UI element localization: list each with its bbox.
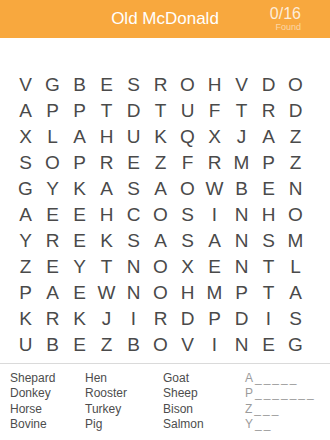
word-column-3: GoatSheepBisonSalmon [163, 371, 204, 433]
found-label: Found [270, 22, 301, 33]
grid-cell-r2c4[interactable]: T [93, 98, 120, 124]
grid-cell-r5c8[interactable]: W [201, 176, 228, 202]
grid-cell-r2c11[interactable]: D [282, 98, 309, 124]
grid-cell-r2c10[interactable]: R [255, 98, 282, 124]
word-column-4: A_____P_______Z___Y__ [245, 371, 316, 433]
word-item: Bison [163, 402, 204, 417]
grid-cell-r4c4[interactable]: R [93, 150, 120, 176]
grid-cell-r1c9[interactable]: V [228, 72, 255, 98]
grid-cell-r9c2[interactable]: A [39, 280, 66, 306]
grid-cell-r7c6[interactable]: A [147, 228, 174, 254]
grid-cell-r8c7[interactable]: X [174, 254, 201, 280]
word-item: P_______ [245, 386, 316, 401]
grid-cell-r8c8[interactable]: E [201, 254, 228, 280]
grid-cell-r4c10[interactable]: P [255, 150, 282, 176]
grid-cell-r3c2[interactable]: L [39, 124, 66, 150]
word-column-1: ShepardDonkeyHorseBovine [10, 371, 55, 433]
grid-cell-r1c8[interactable]: H [201, 72, 228, 98]
grid-cell-r6c4[interactable]: H [93, 202, 120, 228]
grid-cell-r1c7[interactable]: O [174, 72, 201, 98]
grid-cell-r6c3[interactable]: E [66, 202, 93, 228]
grid-cell-r11c7[interactable]: V [174, 332, 201, 358]
grid-cell-r3c4[interactable]: H [93, 124, 120, 150]
grid-cell-r8c3[interactable]: Y [66, 254, 93, 280]
grid-cell-r5c10[interactable]: E [255, 176, 282, 202]
grid-cell-r8c4[interactable]: T [93, 254, 120, 280]
grid-cell-r2c7[interactable]: U [174, 98, 201, 124]
grid-cell-r3c7[interactable]: Q [174, 124, 201, 150]
grid-cell-r5c6[interactable]: A [147, 176, 174, 202]
grid-cell-r8c6[interactable]: O [147, 254, 174, 280]
word-item: A_____ [245, 371, 316, 386]
grid-cell-r2c6[interactable]: T [147, 98, 174, 124]
grid-cell-r5c11[interactable]: N [282, 176, 309, 202]
grid-cell-r9c9[interactable]: P [228, 280, 255, 306]
grid-cell-r9c10[interactable]: T [255, 280, 282, 306]
grid-cell-r10c10[interactable]: I [255, 306, 282, 332]
grid-cell-r9c4[interactable]: W [93, 280, 120, 306]
grid-cell-r1c2[interactable]: G [39, 72, 66, 98]
grid-cell-r7c9[interactable]: N [228, 228, 255, 254]
word-item: Pig [85, 417, 127, 432]
grid-cell-r7c3[interactable]: E [66, 228, 93, 254]
word-item: Turkey [85, 402, 127, 417]
grid-cell-r2c2[interactable]: P [39, 98, 66, 124]
grid-cell-r10c11[interactable]: S [282, 306, 309, 332]
grid-cell-r5c7[interactable]: O [174, 176, 201, 202]
letter-grid: VGBESROHVDOAPPTDTUFTRDXLAHUKQXJAZSOPREZF… [12, 72, 309, 358]
grid-cell-r1c4[interactable]: E [93, 72, 120, 98]
grid-cell-r5c5[interactable]: S [120, 176, 147, 202]
grid-cell-r3c3[interactable]: A [66, 124, 93, 150]
grid-cell-r9c7[interactable]: H [174, 280, 201, 306]
grid-cell-r10c9[interactable]: D [228, 306, 255, 332]
grid-cell-r4c3[interactable]: P [66, 150, 93, 176]
grid-cell-r3c11[interactable]: Z [282, 124, 309, 150]
word-item: Hen [85, 371, 127, 386]
grid-cell-r4c11[interactable]: Z [282, 150, 309, 176]
grid-cell-r4c6[interactable]: Z [147, 150, 174, 176]
grid-cell-r11c5[interactable]: B [120, 332, 147, 358]
word-item: Donkey [10, 386, 55, 401]
score-badge: 0/16 Found [270, 6, 301, 33]
grid-cell-r11c10[interactable]: E [255, 332, 282, 358]
grid-cell-r9c5[interactable]: N [120, 280, 147, 306]
grid-cell-r2c3[interactable]: P [66, 98, 93, 124]
grid-cell-r3c9[interactable]: J [228, 124, 255, 150]
grid-cell-r2c9[interactable]: T [228, 98, 255, 124]
grid-cell-r4c7[interactable]: F [174, 150, 201, 176]
grid-cell-r4c1[interactable]: S [12, 150, 39, 176]
grid-cell-r6c6[interactable]: O [147, 202, 174, 228]
grid-cell-r8c1[interactable]: Z [12, 254, 39, 280]
grid-cell-r6c5[interactable]: C [120, 202, 147, 228]
grid-cell-r9c11[interactable]: A [282, 280, 309, 306]
grid-cell-r4c2[interactable]: O [39, 150, 66, 176]
grid-cell-r5c2[interactable]: Y [39, 176, 66, 202]
grid-cell-r11c3[interactable]: E [66, 332, 93, 358]
grid-cell-r1c5[interactable]: S [120, 72, 147, 98]
grid-cell-r7c11[interactable]: M [282, 228, 309, 254]
grid-cell-r1c6[interactable]: R [147, 72, 174, 98]
grid-cell-r7c5[interactable]: S [120, 228, 147, 254]
word-list: ShepardDonkeyHorseBovineHenRoosterTurkey… [0, 371, 330, 435]
word-item: Shepard [10, 371, 55, 386]
word-item: Z___ [245, 402, 316, 417]
grid-cell-r3c8[interactable]: X [201, 124, 228, 150]
grid-cell-r9c1[interactable]: P [12, 280, 39, 306]
found-count: 0/16 [270, 6, 301, 22]
grid-cell-r10c4[interactable]: J [93, 306, 120, 332]
grid-cell-r5c4[interactable]: A [93, 176, 120, 202]
divider [0, 363, 330, 364]
grid-cell-r4c5[interactable]: E [120, 150, 147, 176]
grid-cell-r2c1[interactable]: A [12, 98, 39, 124]
grid-cell-r8c2[interactable]: E [39, 254, 66, 280]
grid-cell-r9c6[interactable]: O [147, 280, 174, 306]
grid-cell-r3c1[interactable]: X [12, 124, 39, 150]
grid-cell-r11c2[interactable]: B [39, 332, 66, 358]
grid-cell-r2c8[interactable]: F [201, 98, 228, 124]
grid-cell-r4c8[interactable]: R [201, 150, 228, 176]
grid-cell-r5c1[interactable]: G [12, 176, 39, 202]
grid-cell-r10c7[interactable]: D [174, 306, 201, 332]
word-item: Bovine [10, 417, 55, 432]
word-item: Sheep [163, 386, 204, 401]
word-item: Salmon [163, 417, 204, 432]
grid-cell-r3c10[interactable]: A [255, 124, 282, 150]
grid-cell-r8c5[interactable]: N [120, 254, 147, 280]
grid-cell-r11c6[interactable]: O [147, 332, 174, 358]
grid-cell-r3c5[interactable]: U [120, 124, 147, 150]
grid-cell-r6c1[interactable]: A [12, 202, 39, 228]
grid-cell-r7c8[interactable]: A [201, 228, 228, 254]
grid-cell-r8c11[interactable]: L [282, 254, 309, 280]
grid-cell-r10c3[interactable]: K [66, 306, 93, 332]
grid-cell-r7c10[interactable]: S [255, 228, 282, 254]
grid-cell-r10c6[interactable]: R [147, 306, 174, 332]
grid-cell-r6c9[interactable]: N [228, 202, 255, 228]
grid-cell-r11c8[interactable]: I [201, 332, 228, 358]
grid-cell-r6c2[interactable]: E [39, 202, 66, 228]
grid-cell-r8c10[interactable]: T [255, 254, 282, 280]
grid-cell-r7c4[interactable]: K [93, 228, 120, 254]
grid-cell-r10c2[interactable]: R [39, 306, 66, 332]
grid-cell-r6c8[interactable]: I [201, 202, 228, 228]
grid-cell-r6c11[interactable]: O [282, 202, 309, 228]
grid-cell-r6c10[interactable]: H [255, 202, 282, 228]
word-item: Y__ [245, 417, 316, 432]
grid-cell-r5c9[interactable]: B [228, 176, 255, 202]
grid-cell-r11c4[interactable]: Z [93, 332, 120, 358]
grid-cell-r6c7[interactable]: S [174, 202, 201, 228]
word-column-2: HenRoosterTurkeyPig [85, 371, 127, 433]
grid-cell-r3c6[interactable]: K [147, 124, 174, 150]
grid-cell-r1c11[interactable]: O [282, 72, 309, 98]
grid-cell-r1c10[interactable]: D [255, 72, 282, 98]
word-item: Rooster [85, 386, 127, 401]
grid-cell-r11c1[interactable]: U [12, 332, 39, 358]
grid-cell-r10c1[interactable]: K [12, 306, 39, 332]
grid-cell-r1c3[interactable]: B [66, 72, 93, 98]
grid-cell-r8c9[interactable]: N [228, 254, 255, 280]
grid-cell-r4c9[interactable]: M [228, 150, 255, 176]
grid-cell-r1c1[interactable]: V [12, 72, 39, 98]
grid-cell-r9c3[interactable]: E [66, 280, 93, 306]
grid-cell-r9c8[interactable]: M [201, 280, 228, 306]
grid-cell-r7c1[interactable]: Y [12, 228, 39, 254]
grid-cell-r5c3[interactable]: K [66, 176, 93, 202]
header: Old McDonald 0/16 Found [0, 0, 330, 38]
grid-cell-r11c11[interactable]: G [282, 332, 309, 358]
grid-cell-r10c8[interactable]: P [201, 306, 228, 332]
word-search-app: Old McDonald 0/16 Found VGBESROHVDOAPPTD… [0, 0, 330, 440]
grid-cell-r2c5[interactable]: D [120, 98, 147, 124]
grid-cell-r7c7[interactable]: S [174, 228, 201, 254]
word-item: Goat [163, 371, 204, 386]
grid-cell-r11c9[interactable]: N [228, 332, 255, 358]
word-item: Horse [10, 402, 55, 417]
grid-cell-r7c2[interactable]: R [39, 228, 66, 254]
grid-cell-r10c5[interactable]: I [120, 306, 147, 332]
